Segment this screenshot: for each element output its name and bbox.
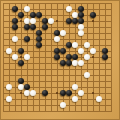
white-stone-13-5: [78, 30, 84, 36]
hoshi-point: [56, 20, 58, 22]
white-stone-10-17: [60, 102, 66, 108]
white-stone-15-8: [90, 48, 96, 54]
black-stone-9-9: [54, 54, 60, 60]
black-stone-2-1: [12, 6, 18, 12]
black-stone-3-2: [18, 12, 24, 18]
hoshi-point: [20, 92, 22, 94]
white-stone-9-6: [54, 36, 60, 42]
go-game-screenshot: [0, 0, 120, 120]
hoshi-point: [20, 56, 22, 58]
white-stone-12-14: [72, 84, 78, 90]
white-stone-2-9: [12, 54, 18, 60]
hoshi-point: [92, 56, 94, 58]
white-stone-1-8: [6, 48, 12, 54]
black-stone-3-10: [18, 60, 24, 66]
white-stone-8-3: [48, 18, 54, 24]
black-stone-11-15: [66, 90, 72, 96]
white-stone-10-5: [60, 30, 66, 36]
intersection-18-18[interactable]: [108, 108, 114, 114]
white-stone-1-14: [6, 84, 12, 90]
white-stone-2-6: [12, 36, 18, 42]
hoshi-point: [92, 92, 94, 94]
white-stone-12-7: [72, 42, 78, 48]
black-stone-17-9: [102, 54, 108, 60]
white-stone-4-9: [24, 54, 30, 60]
black-stone-4-6: [24, 36, 30, 42]
white-stone-11-1: [66, 6, 72, 12]
hoshi-point: [92, 20, 94, 22]
black-stone-3-8: [18, 48, 24, 54]
black-stone-7-4: [42, 24, 48, 30]
black-stone-7-15: [42, 90, 48, 96]
white-stone-16-16: [96, 96, 102, 102]
black-stone-10-8: [60, 48, 66, 54]
white-stone-14-12: [84, 72, 90, 78]
white-stone-14-9: [84, 54, 90, 60]
hoshi-point: [20, 20, 22, 22]
white-stone-1-16: [6, 96, 12, 102]
white-stone-5-15: [30, 90, 36, 96]
black-stone-5-4: [30, 24, 36, 30]
black-stone-6-2: [36, 12, 42, 18]
go-board: [0, 0, 120, 120]
white-stone-13-10: [78, 60, 84, 66]
hoshi-point: [56, 92, 58, 94]
white-stone-13-15: [78, 90, 84, 96]
white-stone-12-16: [72, 96, 78, 102]
white-stone-14-7: [84, 42, 90, 48]
white-stone-13-8: [78, 48, 84, 54]
black-stone-6-7: [36, 42, 42, 48]
black-stone-2-4: [12, 24, 18, 30]
black-stone-15-2: [90, 12, 96, 18]
white-stone-4-1: [24, 6, 30, 12]
